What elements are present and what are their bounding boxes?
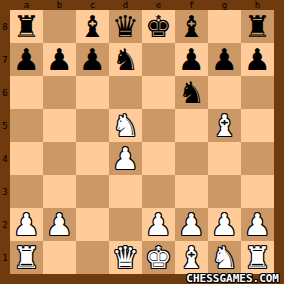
square-a1[interactable]: ♜ bbox=[10, 241, 43, 274]
square-h1[interactable]: ♜ bbox=[241, 241, 274, 274]
rank-label-3: 3 bbox=[0, 175, 10, 208]
square-f6[interactable]: ♞ bbox=[175, 76, 208, 109]
square-f4[interactable] bbox=[175, 142, 208, 175]
file-label-b: b bbox=[43, 0, 76, 10]
rank-labels: 87654321 bbox=[0, 10, 10, 274]
square-b2[interactable]: ♟ bbox=[43, 208, 76, 241]
square-g2[interactable]: ♟ bbox=[208, 208, 241, 241]
square-e2[interactable]: ♟ bbox=[142, 208, 175, 241]
white-bishop-g5: ♝ bbox=[211, 111, 238, 141]
black-knight-f6: ♞ bbox=[178, 78, 205, 108]
square-d3[interactable] bbox=[109, 175, 142, 208]
square-d1[interactable]: ♛ bbox=[109, 241, 142, 274]
rank-label-2: 2 bbox=[0, 208, 10, 241]
square-d4[interactable]: ♟ bbox=[109, 142, 142, 175]
square-b3[interactable] bbox=[43, 175, 76, 208]
white-rook-a1: ♜ bbox=[13, 243, 40, 273]
white-bishop-f1: ♝ bbox=[178, 243, 205, 273]
square-b5[interactable] bbox=[43, 109, 76, 142]
black-king-e8: ♚ bbox=[145, 12, 172, 42]
square-d6[interactable] bbox=[109, 76, 142, 109]
square-h3[interactable] bbox=[241, 175, 274, 208]
white-pawn-h2: ♟ bbox=[244, 210, 271, 240]
square-b8[interactable] bbox=[43, 10, 76, 43]
square-g5[interactable]: ♝ bbox=[208, 109, 241, 142]
white-rook-h1: ♜ bbox=[244, 243, 271, 273]
square-a8[interactable]: ♜ bbox=[10, 10, 43, 43]
black-bishop-c8: ♝ bbox=[79, 12, 106, 42]
square-a6[interactable] bbox=[10, 76, 43, 109]
square-h5[interactable] bbox=[241, 109, 274, 142]
square-a4[interactable] bbox=[10, 142, 43, 175]
black-pawn-a7: ♟ bbox=[13, 45, 40, 75]
square-b1[interactable] bbox=[43, 241, 76, 274]
rank-label-1: 1 bbox=[0, 241, 10, 274]
square-h6[interactable] bbox=[241, 76, 274, 109]
square-e6[interactable] bbox=[142, 76, 175, 109]
white-knight-g1: ♞ bbox=[211, 243, 238, 273]
file-labels: abcdefgh bbox=[10, 0, 274, 10]
white-pawn-a2: ♟ bbox=[13, 210, 40, 240]
white-knight-d5: ♞ bbox=[112, 111, 139, 141]
black-rook-a8: ♜ bbox=[13, 12, 40, 42]
square-c4[interactable] bbox=[76, 142, 109, 175]
white-pawn-f2: ♟ bbox=[178, 210, 205, 240]
black-knight-d7: ♞ bbox=[112, 45, 139, 75]
square-f1[interactable]: ♝ bbox=[175, 241, 208, 274]
square-f2[interactable]: ♟ bbox=[175, 208, 208, 241]
file-label-g: g bbox=[208, 0, 241, 10]
square-g4[interactable] bbox=[208, 142, 241, 175]
square-c8[interactable]: ♝ bbox=[76, 10, 109, 43]
square-e3[interactable] bbox=[142, 175, 175, 208]
square-g1[interactable]: ♞ bbox=[208, 241, 241, 274]
square-b4[interactable] bbox=[43, 142, 76, 175]
white-pawn-e2: ♟ bbox=[145, 210, 172, 240]
square-g3[interactable] bbox=[208, 175, 241, 208]
square-g7[interactable]: ♟ bbox=[208, 43, 241, 76]
square-e4[interactable] bbox=[142, 142, 175, 175]
chess-board: ♜♝♛♚♝♜♟♟♟♞♟♟♟♞♞♝♟♟♟♟♟♟♟♜♛♚♝♞♜ bbox=[10, 10, 274, 274]
white-king-e1: ♚ bbox=[145, 243, 172, 273]
square-e1[interactable]: ♚ bbox=[142, 241, 175, 274]
black-rook-h8: ♜ bbox=[244, 12, 271, 42]
black-pawn-c7: ♟ bbox=[79, 45, 106, 75]
white-pawn-g2: ♟ bbox=[211, 210, 238, 240]
black-pawn-g7: ♟ bbox=[211, 45, 238, 75]
square-d7[interactable]: ♞ bbox=[109, 43, 142, 76]
square-e8[interactable]: ♚ bbox=[142, 10, 175, 43]
black-pawn-h7: ♟ bbox=[244, 45, 271, 75]
rank-label-7: 7 bbox=[0, 43, 10, 76]
rank-label-8: 8 bbox=[0, 10, 10, 43]
square-d2[interactable] bbox=[109, 208, 142, 241]
square-c1[interactable] bbox=[76, 241, 109, 274]
square-c3[interactable] bbox=[76, 175, 109, 208]
white-pawn-d4: ♟ bbox=[112, 144, 139, 174]
square-f3[interactable] bbox=[175, 175, 208, 208]
square-e5[interactable] bbox=[142, 109, 175, 142]
square-a7[interactable]: ♟ bbox=[10, 43, 43, 76]
black-pawn-f7: ♟ bbox=[178, 45, 205, 75]
square-b7[interactable]: ♟ bbox=[43, 43, 76, 76]
square-g6[interactable] bbox=[208, 76, 241, 109]
square-a5[interactable] bbox=[10, 109, 43, 142]
white-queen-d1: ♛ bbox=[112, 243, 139, 273]
square-e7[interactable] bbox=[142, 43, 175, 76]
square-a2[interactable]: ♟ bbox=[10, 208, 43, 241]
square-c6[interactable] bbox=[76, 76, 109, 109]
square-a3[interactable] bbox=[10, 175, 43, 208]
black-pawn-b7: ♟ bbox=[46, 45, 73, 75]
square-d5[interactable]: ♞ bbox=[109, 109, 142, 142]
square-h7[interactable]: ♟ bbox=[241, 43, 274, 76]
square-f8[interactable]: ♝ bbox=[175, 10, 208, 43]
square-f7[interactable]: ♟ bbox=[175, 43, 208, 76]
square-h4[interactable] bbox=[241, 142, 274, 175]
black-queen-d8: ♛ bbox=[112, 12, 139, 42]
watermark: CHESSGAMES.COM bbox=[186, 273, 279, 284]
square-b6[interactable] bbox=[43, 76, 76, 109]
square-f5[interactable] bbox=[175, 109, 208, 142]
square-h2[interactable]: ♟ bbox=[241, 208, 274, 241]
chess-diagram: abcdefgh 87654321 ♜♝♛♚♝♜♟♟♟♞♟♟♟♞♞♝♟♟♟♟♟♟… bbox=[0, 0, 284, 284]
black-bishop-f8: ♝ bbox=[178, 12, 205, 42]
square-d8[interactable]: ♛ bbox=[109, 10, 142, 43]
rank-label-5: 5 bbox=[0, 109, 10, 142]
square-g8[interactable] bbox=[208, 10, 241, 43]
white-pawn-b2: ♟ bbox=[46, 210, 73, 240]
square-h8[interactable]: ♜ bbox=[241, 10, 274, 43]
square-c5[interactable] bbox=[76, 109, 109, 142]
rank-label-4: 4 bbox=[0, 142, 10, 175]
rank-label-6: 6 bbox=[0, 76, 10, 109]
square-c7[interactable]: ♟ bbox=[76, 43, 109, 76]
square-c2[interactable] bbox=[76, 208, 109, 241]
